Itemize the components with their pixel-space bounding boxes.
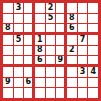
cell-r5c4[interactable]: 8 xyxy=(35,46,45,56)
cell-r8c3[interactable]: 6 xyxy=(24,78,34,88)
cell-r9c7[interactable] xyxy=(67,88,77,98)
cell-r5c2[interactable] xyxy=(14,46,24,56)
cell-r6c7[interactable] xyxy=(67,56,77,66)
cell-r7c9[interactable]: 4 xyxy=(88,67,98,77)
cell-r8c9[interactable] xyxy=(88,78,98,88)
cell-r4c2[interactable]: 5 xyxy=(14,35,24,45)
cell-r4c4[interactable]: 1 xyxy=(35,35,45,45)
cell-r5c1[interactable] xyxy=(3,46,13,56)
cell-r3c6[interactable] xyxy=(56,24,66,34)
cell-r3c9[interactable] xyxy=(88,24,98,34)
cell-r6c3[interactable] xyxy=(24,56,34,66)
cell-r8c6[interactable] xyxy=(56,78,66,88)
cell-r4c9[interactable] xyxy=(88,35,98,45)
cell-r7c7[interactable] xyxy=(67,67,77,77)
cell-r7c8[interactable]: 3 xyxy=(78,67,88,77)
cell-r6c9[interactable] xyxy=(88,56,98,66)
cell-r1c4[interactable] xyxy=(35,3,45,13)
cell-r8c7[interactable] xyxy=(67,78,77,88)
cell-r6c4[interactable]: 6 xyxy=(35,56,45,66)
cell-r1c6[interactable] xyxy=(56,3,66,13)
cell-r3c3[interactable] xyxy=(24,24,34,34)
cell-r1c3[interactable] xyxy=(24,3,34,13)
cell-r2c3[interactable] xyxy=(24,14,34,24)
cell-r6c1[interactable] xyxy=(3,56,13,66)
cell-r5c3[interactable] xyxy=(24,46,34,56)
cell-r2c6[interactable] xyxy=(56,14,66,24)
cell-r9c1[interactable] xyxy=(3,88,13,98)
cell-r9c4[interactable] xyxy=(35,88,45,98)
cell-r8c5[interactable] xyxy=(46,78,56,88)
cell-r4c8[interactable]: 7 xyxy=(78,35,88,45)
cell-r9c8[interactable] xyxy=(78,88,88,98)
cell-r9c6[interactable] xyxy=(56,88,66,98)
cell-r3c1[interactable]: 8 xyxy=(3,24,13,34)
cell-r2c7[interactable]: 8 xyxy=(67,14,77,24)
cell-r3c8[interactable] xyxy=(78,24,88,34)
cell-r5c5[interactable] xyxy=(46,46,56,56)
cell-r4c3[interactable] xyxy=(24,35,34,45)
cell-r9c5[interactable] xyxy=(46,88,56,98)
cell-r1c8[interactable] xyxy=(78,3,88,13)
cell-r9c2[interactable] xyxy=(14,88,24,98)
cell-r6c5[interactable] xyxy=(46,56,56,66)
cell-r3c7[interactable]: 6 xyxy=(67,24,77,34)
cell-r1c1[interactable] xyxy=(3,3,13,13)
cell-r1c7[interactable] xyxy=(67,3,77,13)
cell-r2c4[interactable] xyxy=(35,14,45,24)
cell-r7c2[interactable] xyxy=(14,67,24,77)
cell-r4c5[interactable] xyxy=(46,35,56,45)
cell-r8c4[interactable] xyxy=(35,78,45,88)
cell-r7c3[interactable] xyxy=(24,67,34,77)
cell-r2c5[interactable]: 5 xyxy=(46,14,56,24)
cell-r8c1[interactable]: 9 xyxy=(3,78,13,88)
cell-r6c2[interactable] xyxy=(14,56,24,66)
cell-r5c9[interactable] xyxy=(88,46,98,56)
cell-r5c8[interactable] xyxy=(78,46,88,56)
cell-r2c1[interactable] xyxy=(3,14,13,24)
cell-r4c7[interactable] xyxy=(67,35,77,45)
cell-r7c4[interactable] xyxy=(35,67,45,77)
cell-r4c6[interactable] xyxy=(56,35,66,45)
sudoku-board: 32588651782693496 xyxy=(0,0,101,101)
cell-r2c9[interactable] xyxy=(88,14,98,24)
cell-r1c2[interactable]: 3 xyxy=(14,3,24,13)
cell-r2c8[interactable] xyxy=(78,14,88,24)
cell-r9c9[interactable] xyxy=(88,88,98,98)
cell-r8c2[interactable] xyxy=(14,78,24,88)
cell-r7c5[interactable] xyxy=(46,67,56,77)
cell-r4c1[interactable] xyxy=(3,35,13,45)
cell-r6c8[interactable] xyxy=(78,56,88,66)
cell-r6c6[interactable]: 9 xyxy=(56,56,66,66)
cell-r5c6[interactable] xyxy=(56,46,66,56)
cell-r9c3[interactable] xyxy=(24,88,34,98)
cell-r1c9[interactable] xyxy=(88,3,98,13)
cell-r1c5[interactable]: 2 xyxy=(46,3,56,13)
cell-r7c6[interactable] xyxy=(56,67,66,77)
cell-r3c2[interactable] xyxy=(14,24,24,34)
cell-r2c2[interactable] xyxy=(14,14,24,24)
cell-r8c8[interactable] xyxy=(78,78,88,88)
cell-r3c5[interactable] xyxy=(46,24,56,34)
cell-r5c7[interactable]: 2 xyxy=(67,46,77,56)
cell-r7c1[interactable] xyxy=(3,67,13,77)
cell-r3c4[interactable] xyxy=(35,24,45,34)
